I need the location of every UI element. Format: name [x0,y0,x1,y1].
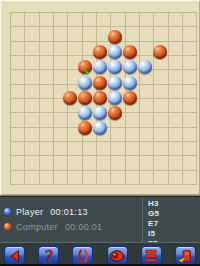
board-cell[interactable] [39,141,53,155]
board-cell[interactable] [10,12,24,26]
red-marble [78,121,92,135]
board-cell[interactable] [182,112,196,126]
board-cell[interactable] [24,84,38,98]
board-cell[interactable] [67,12,81,26]
board-cell[interactable] [53,41,67,55]
gomoku-app: Player00:01:13Computer00:00:01 H3G5E7I5F… [0,0,200,266]
board-cell[interactable] [39,12,53,26]
board-cell[interactable] [168,127,182,141]
red-marble [123,91,137,105]
red-marble-icon [4,223,11,230]
red-marble [108,106,122,120]
board-cell[interactable] [10,26,24,40]
board-cell[interactable] [10,41,24,55]
board-cell[interactable] [39,155,53,169]
red-marble [123,45,137,59]
board-cell[interactable] [182,41,196,55]
player-clocks: Player00:01:13Computer00:00:01 [0,197,142,235]
board-cell[interactable] [153,141,167,155]
board-cell[interactable] [96,155,110,169]
board-cell[interactable] [153,69,167,83]
board-cell[interactable] [125,112,139,126]
board-cell[interactable] [53,170,67,184]
blue-marble [138,60,152,74]
board-cell[interactable] [110,127,124,141]
board-cell[interactable] [96,170,110,184]
blue-marble [108,91,122,105]
board-cell[interactable] [24,141,38,155]
player-row-player: Player00:01:13 [0,205,142,218]
board-cell[interactable] [10,69,24,83]
board-cell[interactable] [67,141,81,155]
move-entry: I5 [148,229,200,239]
board-cell[interactable] [182,98,196,112]
board-cell[interactable] [168,41,182,55]
move-entry: H3 [148,199,200,209]
red-marble [63,91,77,105]
board-cell[interactable] [153,155,167,169]
blue-marble [108,76,122,90]
board-cell[interactable] [153,12,167,26]
board-cell[interactable] [168,69,182,83]
player-time: 00:01:13 [50,207,87,217]
red-marble [153,45,167,59]
board-cell[interactable] [168,112,182,126]
status-panel: Player00:01:13Computer00:00:01 H3G5E7I5F… [0,196,200,242]
board-cell[interactable] [82,26,96,40]
board-cell[interactable] [139,12,153,26]
board-cell[interactable] [125,170,139,184]
board-cell[interactable] [139,26,153,40]
board-cell[interactable] [182,69,196,83]
blue-marble [93,121,107,135]
board-cell[interactable] [139,141,153,155]
board-cell[interactable] [125,141,139,155]
board-cell[interactable] [53,69,67,83]
board-cell[interactable] [53,112,67,126]
board-cell[interactable] [39,170,53,184]
player-time: 00:00:01 [65,222,102,232]
board-cell[interactable] [182,84,196,98]
board-cell[interactable] [24,26,38,40]
board-cell[interactable] [153,170,167,184]
board-cell[interactable] [153,98,167,112]
board-cell[interactable] [53,155,67,169]
board-cell[interactable] [125,12,139,26]
parentheses-icon [75,248,91,264]
board-cell[interactable] [139,170,153,184]
board-cell[interactable] [24,127,38,141]
red-marble [93,76,107,90]
board-cell[interactable] [182,12,196,26]
board-cell[interactable] [10,155,24,169]
board-cell[interactable] [153,127,167,141]
board-cell[interactable] [182,127,196,141]
player-row-computer: Computer00:00:01 [0,220,142,233]
board-cell[interactable] [39,127,53,141]
board-cell[interactable] [10,98,24,112]
board-cell[interactable] [110,12,124,26]
board-cell[interactable] [10,170,24,184]
move-entry: E7 [148,219,200,229]
red-marble [93,45,107,59]
board-cell[interactable] [139,155,153,169]
board-cell[interactable] [53,26,67,40]
board-cell[interactable] [168,84,182,98]
board-cell[interactable] [24,69,38,83]
board-cell[interactable] [182,141,196,155]
board-cell[interactable] [182,26,196,40]
board-cell[interactable] [67,155,81,169]
blue-marble [78,76,92,90]
board-cell[interactable] [125,155,139,169]
board-cell[interactable] [39,26,53,40]
board-cell[interactable] [67,170,81,184]
hint-button[interactable] [107,246,128,266]
board-cell[interactable] [139,41,153,55]
red-marble [78,91,92,105]
back-button[interactable] [4,246,25,266]
board-cell[interactable] [10,84,24,98]
board-cell[interactable] [82,12,96,26]
board-cell[interactable] [168,170,182,184]
board-cell[interactable] [82,141,96,155]
board-cell[interactable] [24,41,38,55]
board-cell[interactable] [39,84,53,98]
board-cell[interactable] [39,55,53,69]
question-mark-icon: ? [41,248,57,264]
blue-marble [123,76,137,90]
blue-marble-icon [4,208,11,215]
board-cell[interactable] [10,112,24,126]
svg-text:?: ? [45,248,53,264]
board-cell[interactable] [10,55,24,69]
board-cell[interactable] [139,98,153,112]
board-cell[interactable] [153,26,167,40]
board-cell[interactable] [39,98,53,112]
board-cell[interactable] [168,141,182,155]
board-cell[interactable] [110,170,124,184]
blue-marble [108,45,122,59]
eye-icon [109,248,125,264]
board-cell[interactable] [39,112,53,126]
move-list: H3G5E7I5F5 [142,197,200,242]
board-cell[interactable] [182,55,196,69]
back-arrow-icon [7,248,23,264]
board-cell[interactable] [53,12,67,26]
board-cell[interactable] [125,127,139,141]
board-cell[interactable] [24,155,38,169]
board-cell[interactable] [96,12,110,26]
board-cell[interactable] [168,155,182,169]
player-name: Player [16,207,43,217]
board-cell[interactable] [139,112,153,126]
help-button[interactable]: ? [38,246,59,266]
blue-marble [78,106,92,120]
board-cell[interactable] [110,155,124,169]
menu-bars-icon [143,248,159,264]
board-cell[interactable] [139,84,153,98]
player-name: Computer [16,222,58,232]
board-cell[interactable] [182,170,196,184]
board-cell[interactable] [67,26,81,40]
board-cell[interactable] [82,170,96,184]
blue-marble [93,106,107,120]
game-board [0,0,200,196]
board-cell[interactable] [10,127,24,141]
exit-button[interactable] [175,246,196,266]
board-cell[interactable] [10,141,24,155]
board-cell[interactable] [168,55,182,69]
board-cell[interactable] [53,141,67,155]
move-entry: G5 [148,209,200,219]
board-cell[interactable] [53,55,67,69]
board-cell[interactable] [168,26,182,40]
board-cell[interactable] [39,69,53,83]
board-cell[interactable] [139,127,153,141]
menu-button[interactable] [141,246,162,266]
board-cell[interactable] [24,98,38,112]
board-cell[interactable] [24,55,38,69]
replay-button[interactable] [72,246,93,266]
board-cell[interactable] [125,26,139,40]
red-marble [108,30,122,44]
board-cell[interactable] [24,170,38,184]
board-cell[interactable] [182,155,196,169]
board-cell[interactable] [153,84,167,98]
board-cell[interactable] [153,112,167,126]
toolbar: ? [0,242,200,266]
board-cell[interactable] [67,41,81,55]
red-marble [93,91,107,105]
board-cell[interactable] [24,12,38,26]
board-cell[interactable] [24,112,38,126]
board-cell[interactable] [53,127,67,141]
board-cell[interactable] [96,141,110,155]
exit-icon [177,248,193,264]
board-cell[interactable] [82,155,96,169]
board-cell[interactable] [168,98,182,112]
board-cell[interactable] [110,141,124,155]
board-cell[interactable] [39,41,53,55]
board-cell[interactable] [168,12,182,26]
